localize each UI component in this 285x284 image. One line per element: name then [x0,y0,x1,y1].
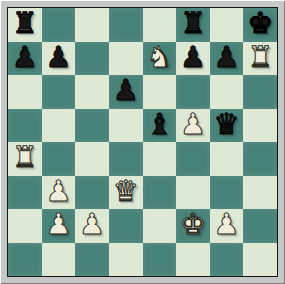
square-h6[interactable] [243,75,277,109]
square-a5[interactable] [8,109,42,143]
square-d5[interactable] [109,109,143,143]
black-king-piece[interactable]: ♚ [247,9,273,38]
square-d3[interactable]: ♛ [109,176,143,210]
square-g5[interactable]: ♛ [210,109,244,143]
square-b1[interactable] [42,243,76,277]
square-b2[interactable]: ♟ [42,209,76,243]
square-h7[interactable]: ♜ [243,42,277,76]
square-c5[interactable] [75,109,109,143]
square-a6[interactable] [8,75,42,109]
square-h3[interactable] [243,176,277,210]
square-f3[interactable] [176,176,210,210]
square-h5[interactable] [243,109,277,143]
black-pawn-piece[interactable]: ♟ [12,43,38,72]
black-rook-piece[interactable]: ♜ [12,9,38,38]
black-pawn-piece[interactable]: ♟ [45,43,71,72]
square-d2[interactable] [109,209,143,243]
square-f2[interactable]: ♚ [176,209,210,243]
white-king-piece[interactable]: ♚ [180,210,206,239]
square-a2[interactable] [8,209,42,243]
square-b6[interactable] [42,75,76,109]
square-f4[interactable] [176,142,210,176]
square-e6[interactable] [143,75,177,109]
square-h4[interactable] [243,142,277,176]
square-c6[interactable] [75,75,109,109]
square-f6[interactable] [176,75,210,109]
square-f7[interactable]: ♟ [176,42,210,76]
square-a7[interactable]: ♟ [8,42,42,76]
square-c4[interactable] [75,142,109,176]
chess-app-window: ♜♜♚♟♟♞♟♟♜♟♝♟♛♜♟♛♟♟♚♟ [0,0,285,284]
square-g3[interactable] [210,176,244,210]
square-c2[interactable]: ♟ [75,209,109,243]
square-h1[interactable] [243,243,277,277]
square-e3[interactable] [143,176,177,210]
square-d7[interactable] [109,42,143,76]
square-g1[interactable] [210,243,244,277]
square-b3[interactable]: ♟ [42,176,76,210]
square-c7[interactable] [75,42,109,76]
white-pawn-piece[interactable]: ♟ [180,110,206,139]
black-rook-piece[interactable]: ♜ [180,9,206,38]
square-e4[interactable] [143,142,177,176]
board-frame: ♜♜♚♟♟♞♟♟♜♟♝♟♛♜♟♛♟♟♚♟ [0,0,285,284]
black-pawn-piece[interactable]: ♟ [113,76,139,105]
square-g7[interactable]: ♟ [210,42,244,76]
square-b5[interactable] [42,109,76,143]
square-e1[interactable] [143,243,177,277]
square-f5[interactable]: ♟ [176,109,210,143]
white-pawn-piece[interactable]: ♟ [45,210,71,239]
black-bishop-piece[interactable]: ♝ [146,110,172,139]
white-knight-piece[interactable]: ♞ [146,43,172,72]
square-e8[interactable] [143,8,177,42]
square-a8[interactable]: ♜ [8,8,42,42]
white-rook-piece[interactable]: ♜ [12,143,38,172]
square-e7[interactable]: ♞ [143,42,177,76]
white-queen-piece[interactable]: ♛ [113,177,139,206]
white-pawn-piece[interactable]: ♟ [45,177,71,206]
square-a4[interactable]: ♜ [8,142,42,176]
square-c1[interactable] [75,243,109,277]
square-a3[interactable] [8,176,42,210]
white-pawn-piece[interactable]: ♟ [214,210,240,239]
square-d8[interactable] [109,8,143,42]
square-g8[interactable] [210,8,244,42]
square-b8[interactable] [42,8,76,42]
square-a1[interactable] [8,243,42,277]
square-d1[interactable] [109,243,143,277]
square-b7[interactable]: ♟ [42,42,76,76]
square-e2[interactable] [143,209,177,243]
square-h2[interactable] [243,209,277,243]
black-pawn-piece[interactable]: ♟ [180,43,206,72]
square-h8[interactable]: ♚ [243,8,277,42]
square-g2[interactable]: ♟ [210,209,244,243]
white-pawn-piece[interactable]: ♟ [79,210,105,239]
square-e5[interactable]: ♝ [143,109,177,143]
square-c3[interactable] [75,176,109,210]
square-g4[interactable] [210,142,244,176]
square-d4[interactable] [109,142,143,176]
square-g6[interactable] [210,75,244,109]
square-d6[interactable]: ♟ [109,75,143,109]
chess-board: ♜♜♚♟♟♞♟♟♜♟♝♟♛♜♟♛♟♟♚♟ [7,7,278,277]
black-queen-piece[interactable]: ♛ [214,110,240,139]
square-b4[interactable] [42,142,76,176]
square-f1[interactable] [176,243,210,277]
square-c8[interactable] [75,8,109,42]
square-f8[interactable]: ♜ [176,8,210,42]
white-rook-piece[interactable]: ♜ [247,43,273,72]
black-pawn-piece[interactable]: ♟ [214,43,240,72]
